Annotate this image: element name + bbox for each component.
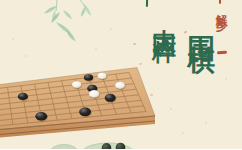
green-leaf-dish <box>50 145 79 150</box>
poster-subtitle-guocui: 大国粹 <box>152 9 176 24</box>
cropped-character-stroke <box>145 0 147 7</box>
poster-title-weiqi: 围棋 <box>187 13 215 33</box>
cropped-tagline-stroke <box>219 0 221 4</box>
poster-canvas: 围棋 大国粹 解多少 <box>0 0 242 149</box>
poster-tagline: 解多少 <box>215 5 227 14</box>
